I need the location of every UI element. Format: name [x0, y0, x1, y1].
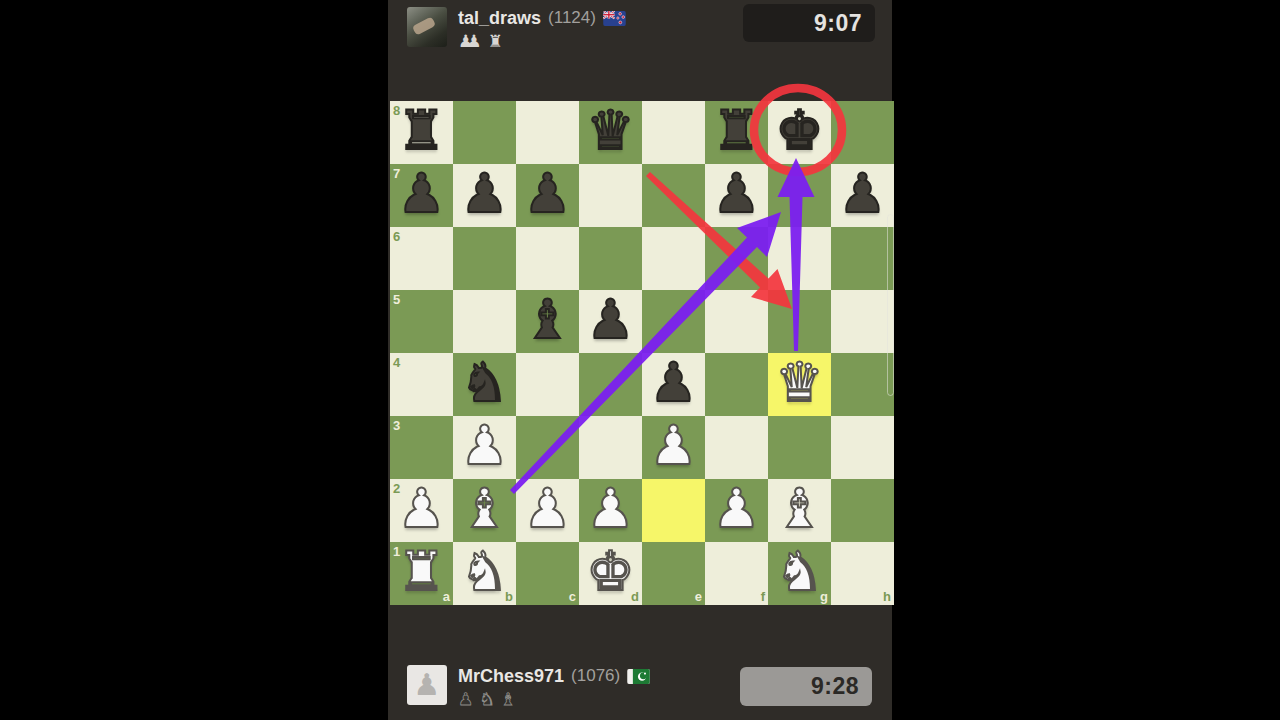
top-player-name[interactable]: tal_draws — [458, 8, 541, 29]
top-captured-pieces: ♟♟♜ — [458, 32, 626, 50]
rank-label-6: 6 — [393, 229, 400, 244]
piece-black-queen-d8[interactable]: ♛ — [579, 101, 642, 164]
piece-white-bishop-g2[interactable]: ♝ — [768, 479, 831, 542]
square-a8[interactable]: 8♜ — [390, 101, 453, 164]
square-a7[interactable]: 7♟ — [390, 164, 453, 227]
pakistan-flag — [627, 669, 650, 684]
square-g8[interactable]: ♚ — [768, 101, 831, 164]
top-player-clock: 9:07 — [743, 4, 875, 42]
square-h6[interactable] — [831, 227, 894, 290]
square-f5[interactable] — [705, 290, 768, 353]
square-b2[interactable]: ♝ — [453, 479, 516, 542]
square-b1[interactable]: b♞ — [453, 542, 516, 605]
square-c4[interactable] — [516, 353, 579, 416]
screen: tal_draws (1124) — [0, 0, 1280, 720]
square-d8[interactable]: ♛ — [579, 101, 642, 164]
piece-white-pawn-b3[interactable]: ♟ — [453, 416, 516, 479]
square-a3[interactable]: 3 — [390, 416, 453, 479]
piece-black-pawn-a7[interactable]: ♟ — [390, 164, 453, 227]
square-c6[interactable] — [516, 227, 579, 290]
captured-knight-icon: ♞ — [479, 691, 494, 708]
rank-label-5: 5 — [393, 292, 400, 307]
piece-white-king-d1[interactable]: ♚ — [579, 542, 642, 605]
square-d2[interactable]: ♟ — [579, 479, 642, 542]
square-f2[interactable]: ♟ — [705, 479, 768, 542]
rank-label-3: 3 — [393, 418, 400, 433]
square-e7[interactable] — [642, 164, 705, 227]
square-h8[interactable] — [831, 101, 894, 164]
square-c8[interactable] — [516, 101, 579, 164]
square-b7[interactable]: ♟ — [453, 164, 516, 227]
square-f8[interactable]: ♜ — [705, 101, 768, 164]
bottom-player-avatar[interactable]: ♟ — [407, 665, 447, 705]
square-g6[interactable] — [768, 227, 831, 290]
piece-white-pawn-a2[interactable]: ♟ — [390, 479, 453, 542]
square-b5[interactable] — [453, 290, 516, 353]
square-b6[interactable] — [453, 227, 516, 290]
square-c7[interactable]: ♟ — [516, 164, 579, 227]
bottom-clock-time: 9:28 — [811, 673, 859, 699]
square-f6[interactable] — [705, 227, 768, 290]
scroll-indicator[interactable] — [887, 214, 894, 396]
piece-white-knight-g1[interactable]: ♞ — [768, 542, 831, 605]
square-a5[interactable]: 5 — [390, 290, 453, 353]
square-e8[interactable] — [642, 101, 705, 164]
bottom-player-rating: (1076) — [571, 666, 620, 686]
square-h7[interactable]: ♟ — [831, 164, 894, 227]
top-player-rating: (1124) — [548, 8, 596, 28]
square-g3[interactable] — [768, 416, 831, 479]
square-g1[interactable]: g♞ — [768, 542, 831, 605]
square-f7[interactable]: ♟ — [705, 164, 768, 227]
square-h4[interactable] — [831, 353, 894, 416]
captured-pawn-icon: ♟ — [466, 33, 481, 50]
captured-rook-icon: ♜ — [488, 33, 503, 50]
file-label-e: e — [695, 589, 702, 604]
square-e5[interactable] — [642, 290, 705, 353]
file-label-f: f — [761, 589, 765, 604]
square-g4[interactable]: ♛ — [768, 353, 831, 416]
bottom-captured-pieces: ♟♞♝ — [458, 690, 650, 708]
square-a2[interactable]: 2♟ — [390, 479, 453, 542]
piece-white-pawn-d2[interactable]: ♟ — [579, 479, 642, 542]
piece-black-king-g8[interactable]: ♚ — [768, 101, 831, 164]
file-label-h: h — [883, 589, 891, 604]
piece-black-rook-a8[interactable]: ♜ — [390, 101, 453, 164]
square-d6[interactable] — [579, 227, 642, 290]
square-g7[interactable] — [768, 164, 831, 227]
piece-black-bishop-c5[interactable]: ♝ — [516, 290, 579, 353]
top-clock-time: 9:07 — [814, 10, 862, 36]
square-a1[interactable]: 1a♜ — [390, 542, 453, 605]
piece-white-queen-g4[interactable]: ♛ — [768, 353, 831, 416]
square-b4[interactable]: ♞ — [453, 353, 516, 416]
square-b3[interactable]: ♟ — [453, 416, 516, 479]
piece-black-pawn-f7[interactable]: ♟ — [705, 164, 768, 227]
bottom-player-clock: 9:28 — [740, 667, 872, 706]
piece-white-pawn-f2[interactable]: ♟ — [705, 479, 768, 542]
square-h3[interactable] — [831, 416, 894, 479]
square-h5[interactable] — [831, 290, 894, 353]
square-c2[interactable]: ♟ — [516, 479, 579, 542]
piece-black-pawn-d5[interactable]: ♟ — [579, 290, 642, 353]
piece-white-pawn-c2[interactable]: ♟ — [516, 479, 579, 542]
square-e1[interactable]: e — [642, 542, 705, 605]
square-d1[interactable]: d♚ — [579, 542, 642, 605]
default-avatar-pawn-icon: ♟ — [414, 670, 441, 700]
piece-black-knight-b4[interactable]: ♞ — [453, 353, 516, 416]
square-c1[interactable]: c — [516, 542, 579, 605]
square-d5[interactable]: ♟ — [579, 290, 642, 353]
piece-white-knight-b1[interactable]: ♞ — [453, 542, 516, 605]
square-a6[interactable]: 6 — [390, 227, 453, 290]
piece-black-pawn-h7[interactable]: ♟ — [831, 164, 894, 227]
piece-black-pawn-b7[interactable]: ♟ — [453, 164, 516, 227]
square-d3[interactable] — [579, 416, 642, 479]
rank-label-4: 4 — [393, 355, 400, 370]
file-label-c: c — [569, 589, 576, 604]
square-d7[interactable] — [579, 164, 642, 227]
bottom-player-name[interactable]: MrChess971 — [458, 666, 564, 687]
square-d4[interactable] — [579, 353, 642, 416]
square-f3[interactable] — [705, 416, 768, 479]
square-e6[interactable] — [642, 227, 705, 290]
square-e4[interactable]: ♟ — [642, 353, 705, 416]
square-e2[interactable] — [642, 479, 705, 542]
piece-white-rook-a1[interactable]: ♜ — [390, 542, 453, 605]
square-c3[interactable] — [516, 416, 579, 479]
square-f1[interactable]: f — [705, 542, 768, 605]
piece-black-rook-f8[interactable]: ♜ — [705, 101, 768, 164]
piece-white-pawn-e3[interactable]: ♟ — [642, 416, 705, 479]
square-g5[interactable] — [768, 290, 831, 353]
square-g2[interactable]: ♝ — [768, 479, 831, 542]
square-b8[interactable] — [453, 101, 516, 164]
square-f4[interactable] — [705, 353, 768, 416]
square-h1[interactable]: h — [831, 542, 894, 605]
square-h2[interactable] — [831, 479, 894, 542]
new-zealand-flag — [603, 11, 626, 26]
piece-black-pawn-c7[interactable]: ♟ — [516, 164, 579, 227]
piece-white-bishop-b2[interactable]: ♝ — [453, 479, 516, 542]
square-c5[interactable]: ♝ — [516, 290, 579, 353]
chess-board[interactable]: 8♜♛♜♚7♟♟♟♟♟65♝♟4♞♟♛3♟♟2♟♝♟♟♟♝1a♜b♞cd♚efg… — [390, 101, 894, 605]
top-player-avatar[interactable] — [407, 7, 447, 47]
captured-pawn-icon: ♟ — [458, 691, 473, 708]
captured-bishop-icon: ♝ — [501, 691, 516, 708]
square-e3[interactable]: ♟ — [642, 416, 705, 479]
piece-black-pawn-e4[interactable]: ♟ — [642, 353, 705, 416]
square-a4[interactable]: 4 — [390, 353, 453, 416]
chess-app: tal_draws (1124) — [388, 0, 892, 720]
